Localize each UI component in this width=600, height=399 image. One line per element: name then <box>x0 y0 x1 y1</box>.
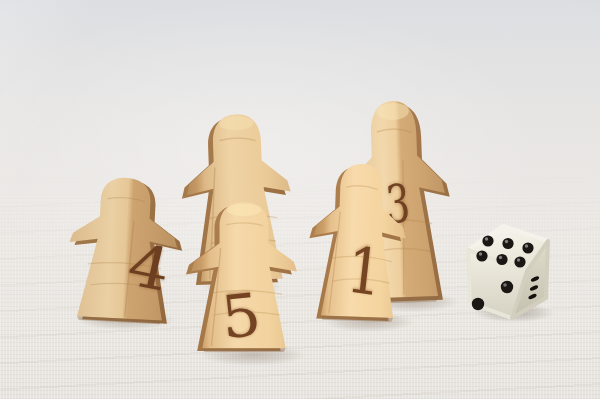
meeple-piece-1[interactable]: 1 1 <box>308 159 411 326</box>
die[interactable] <box>458 220 560 324</box>
meeple-piece-4[interactable]: 4 4 <box>62 172 184 329</box>
meeple-5-number: 5 <box>218 280 264 352</box>
meeple-5-head-top <box>227 203 262 216</box>
meeple-piece-5[interactable]: 5 5 <box>188 199 300 356</box>
scene: 3 3 4 4 5 5 1 1 <box>0 0 600 399</box>
